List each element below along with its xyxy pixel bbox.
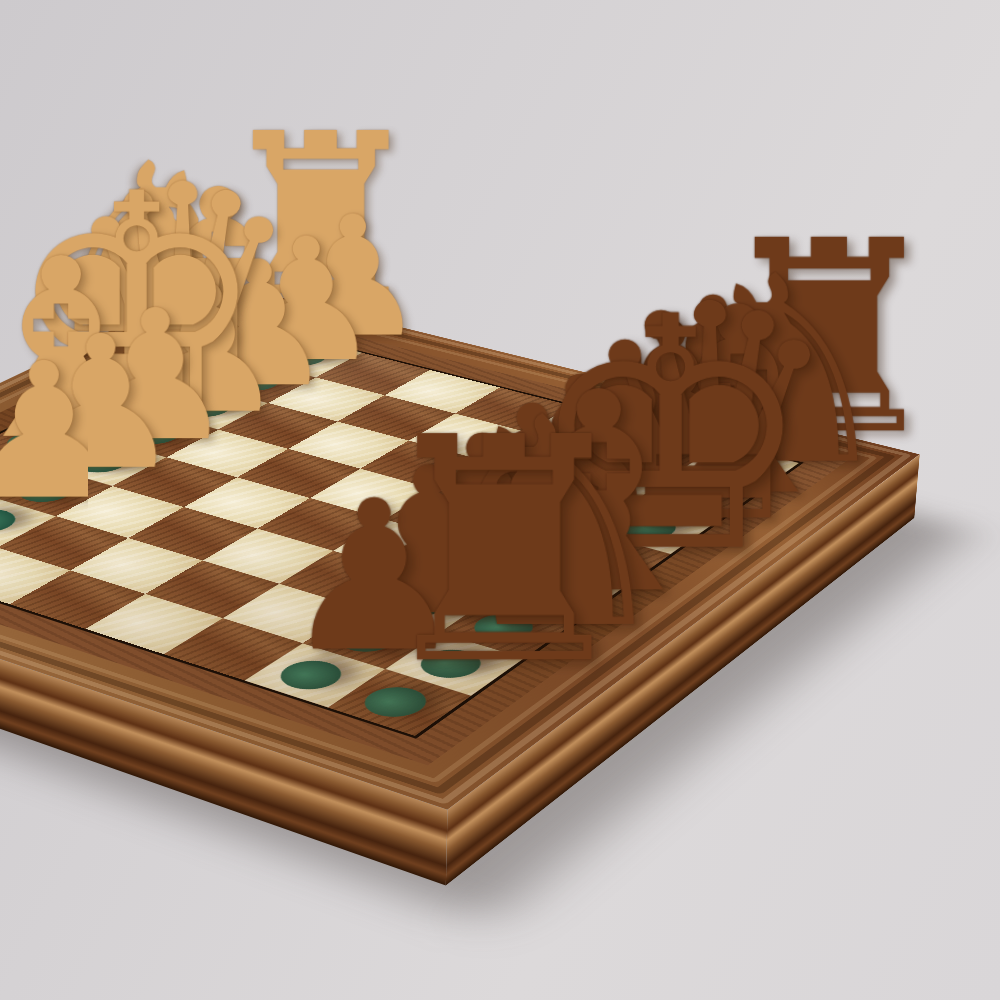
felt-pad	[381, 585, 462, 621]
felt-pad	[484, 520, 561, 553]
felt-pad	[656, 481, 730, 512]
photo-backdrop: ♜♞♝♚♛♝♞♜♟♟♟♟♟♟♟♟♟♟♟♟♟♟♟♟♜♞♝♚♛♝♞♜	[0, 0, 1000, 1000]
felt-pad	[463, 609, 545, 646]
felt-pad	[564, 542, 641, 576]
felt-pad	[154, 351, 223, 377]
felt-pad	[0, 428, 70, 457]
felt-pad	[532, 490, 607, 522]
felt-pad	[118, 420, 191, 449]
felt-pad	[514, 575, 593, 611]
felt-pad	[611, 511, 687, 544]
chess-board: ♜♞♝♚♛♝♞♜♟♟♟♟♟♟♟♟♟♟♟♟♟♟♟♟♜♞♝♚♛♝♞♜	[0, 281, 920, 809]
felt-pad	[434, 552, 513, 587]
felt-pad	[268, 344, 336, 369]
felt-pad	[578, 461, 651, 491]
felt-pad	[622, 433, 693, 462]
felt-pad	[220, 368, 290, 394]
square-r7c6-dark: ♟	[511, 480, 635, 531]
felt-pad	[51, 401, 123, 429]
felt-pad	[203, 328, 271, 353]
felt-pad	[0, 505, 27, 537]
felt-pad	[699, 453, 771, 483]
felt-pad	[352, 682, 438, 723]
